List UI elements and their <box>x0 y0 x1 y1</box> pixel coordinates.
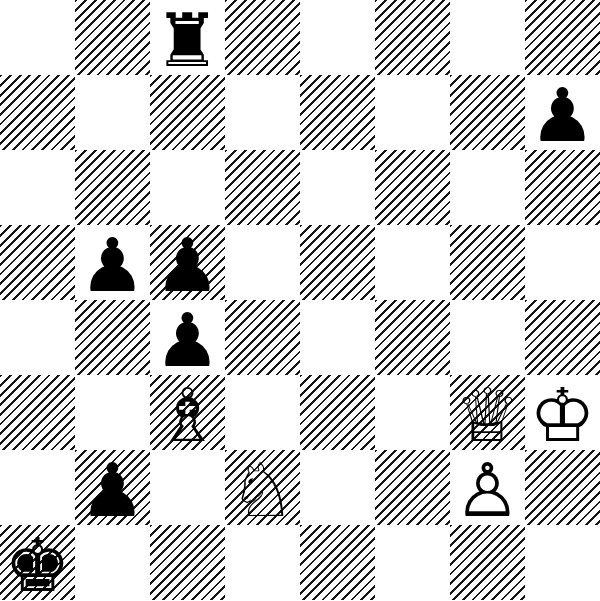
square-d1[interactable] <box>225 525 300 600</box>
square-c2[interactable] <box>150 450 225 525</box>
square-c1[interactable] <box>150 525 225 600</box>
square-h7[interactable]: ♟ <box>525 75 600 150</box>
black-pawn-piece[interactable]: ♟ <box>79 228 145 302</box>
square-a6[interactable] <box>0 150 75 225</box>
square-h1[interactable] <box>525 525 600 600</box>
square-a2[interactable] <box>0 450 75 525</box>
square-c5[interactable]: ♟ <box>150 225 225 300</box>
square-d6[interactable] <box>225 150 300 225</box>
square-c4[interactable]: ♟ <box>150 300 225 375</box>
square-c3[interactable]: ♗ <box>150 375 225 450</box>
square-h5[interactable] <box>525 225 600 300</box>
square-e5[interactable] <box>300 225 375 300</box>
square-e4[interactable] <box>300 300 375 375</box>
white-king-piece[interactable]: ♔ <box>529 378 595 452</box>
square-a8[interactable] <box>0 0 75 75</box>
white-queen-piece[interactable]: ♕ <box>454 378 520 452</box>
square-g3[interactable]: ♕ <box>450 375 525 450</box>
square-g2[interactable]: ♙ <box>450 450 525 525</box>
square-d2[interactable]: ♘ <box>225 450 300 525</box>
square-h4[interactable] <box>525 300 600 375</box>
white-bishop-piece[interactable]: ♗ <box>154 378 220 452</box>
square-b2[interactable]: ♟ <box>75 450 150 525</box>
square-h3[interactable]: ♔ <box>525 375 600 450</box>
square-a7[interactable] <box>0 75 75 150</box>
white-pawn-piece[interactable]: ♙ <box>454 453 520 527</box>
square-a3[interactable] <box>0 375 75 450</box>
square-f2[interactable] <box>375 450 450 525</box>
square-b4[interactable] <box>75 300 150 375</box>
square-g1[interactable] <box>450 525 525 600</box>
square-e6[interactable] <box>300 150 375 225</box>
square-f3[interactable] <box>375 375 450 450</box>
square-g7[interactable] <box>450 75 525 150</box>
chess-board: ♜♟♟♟♟♗♕♔♟♘♙♚ <box>0 0 600 600</box>
square-c8[interactable]: ♜ <box>150 0 225 75</box>
square-b7[interactable] <box>75 75 150 150</box>
square-e7[interactable] <box>300 75 375 150</box>
square-a1[interactable]: ♚ <box>0 525 75 600</box>
square-h6[interactable] <box>525 150 600 225</box>
black-pawn-piece[interactable]: ♟ <box>154 228 220 302</box>
square-f4[interactable] <box>375 300 450 375</box>
square-h2[interactable] <box>525 450 600 525</box>
square-e1[interactable] <box>300 525 375 600</box>
square-e3[interactable] <box>300 375 375 450</box>
square-d8[interactable] <box>225 0 300 75</box>
square-f8[interactable] <box>375 0 450 75</box>
square-a4[interactable] <box>0 300 75 375</box>
black-rook-piece[interactable]: ♜ <box>154 3 220 77</box>
square-d3[interactable] <box>225 375 300 450</box>
square-b1[interactable] <box>75 525 150 600</box>
square-f6[interactable] <box>375 150 450 225</box>
black-pawn-piece[interactable]: ♟ <box>79 453 145 527</box>
square-b8[interactable] <box>75 0 150 75</box>
black-pawn-piece[interactable]: ♟ <box>529 78 595 152</box>
square-b6[interactable] <box>75 150 150 225</box>
square-f5[interactable] <box>375 225 450 300</box>
square-g6[interactable] <box>450 150 525 225</box>
white-knight-piece[interactable]: ♘ <box>229 453 295 527</box>
square-b3[interactable] <box>75 375 150 450</box>
square-d4[interactable] <box>225 300 300 375</box>
black-king-piece[interactable]: ♚ <box>4 528 70 601</box>
square-c7[interactable] <box>150 75 225 150</box>
square-g4[interactable] <box>450 300 525 375</box>
square-d5[interactable] <box>225 225 300 300</box>
square-f1[interactable] <box>375 525 450 600</box>
square-e8[interactable] <box>300 0 375 75</box>
square-g5[interactable] <box>450 225 525 300</box>
square-h8[interactable] <box>525 0 600 75</box>
square-c6[interactable] <box>150 150 225 225</box>
square-a5[interactable] <box>0 225 75 300</box>
square-g8[interactable] <box>450 0 525 75</box>
black-pawn-piece[interactable]: ♟ <box>154 303 220 377</box>
square-e2[interactable] <box>300 450 375 525</box>
square-d7[interactable] <box>225 75 300 150</box>
square-f7[interactable] <box>375 75 450 150</box>
square-b5[interactable]: ♟ <box>75 225 150 300</box>
